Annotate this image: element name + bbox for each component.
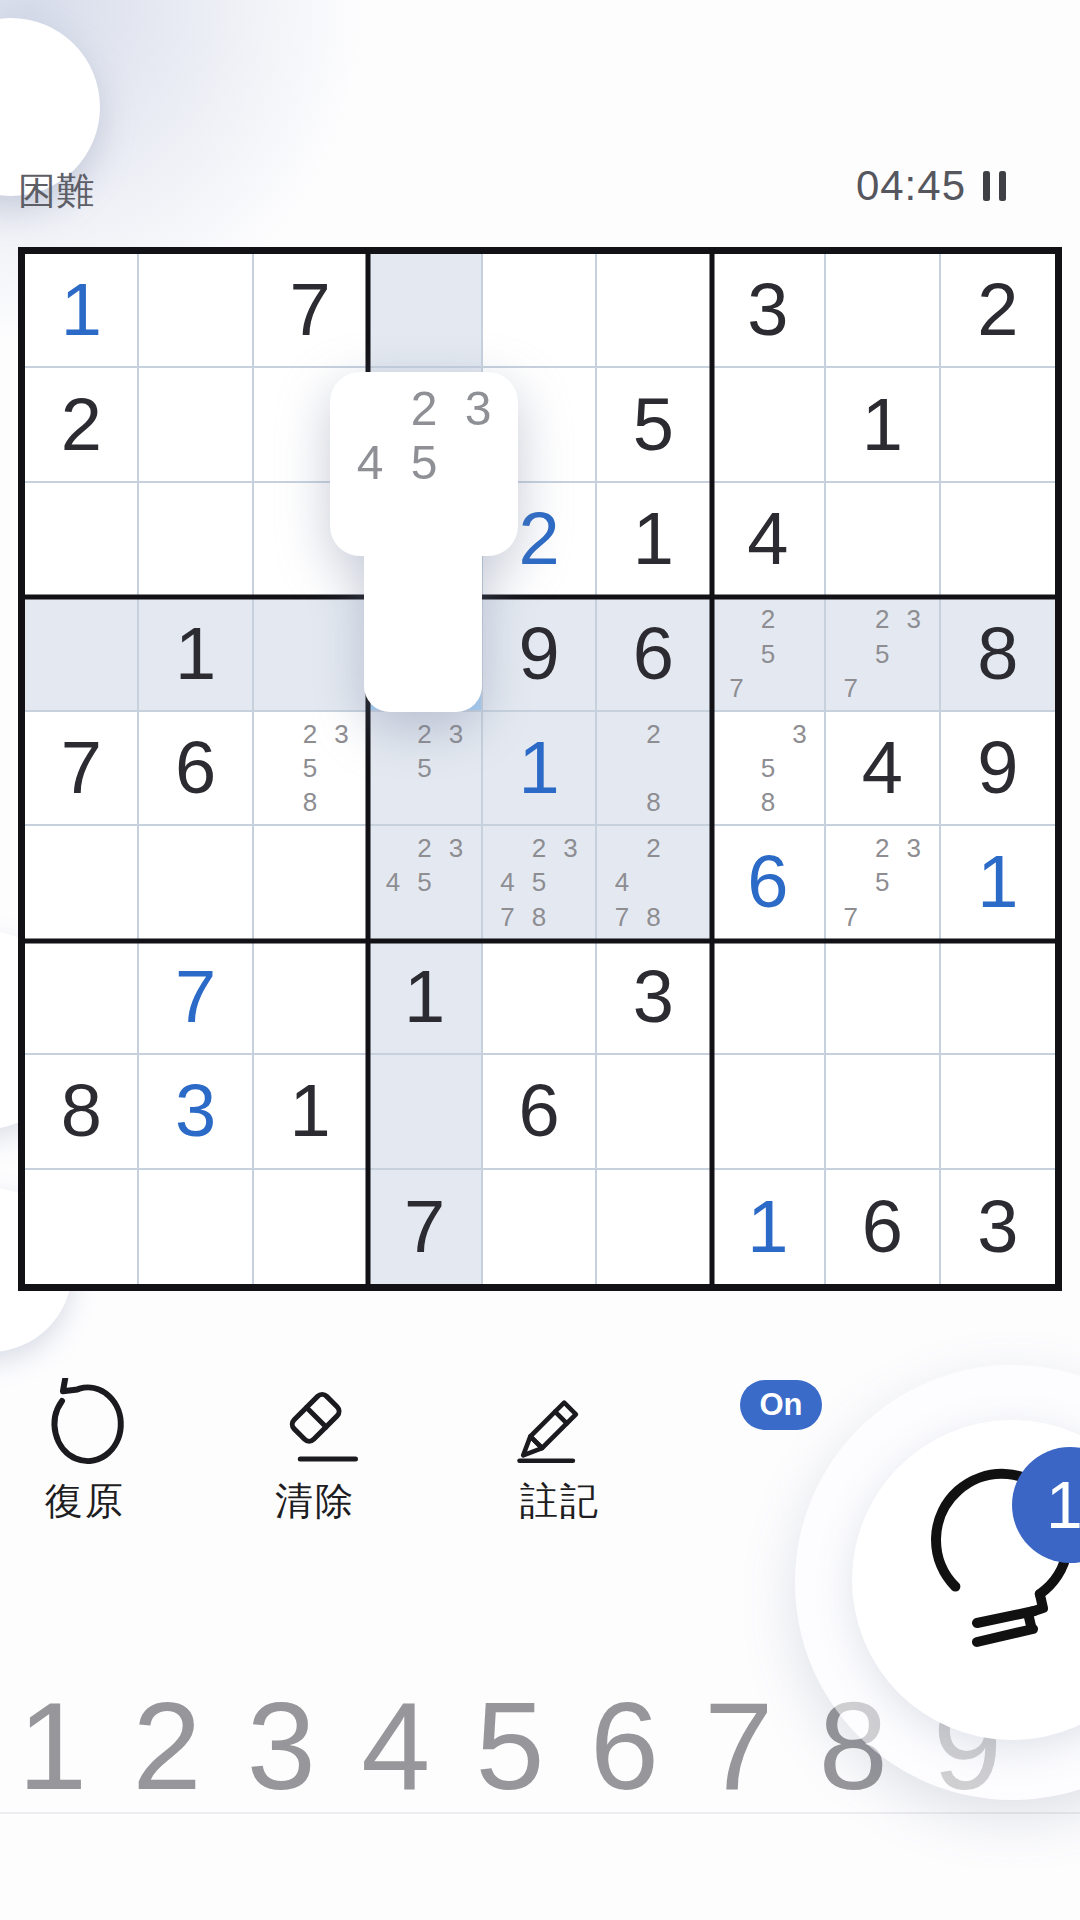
user-digit: 1 [518,731,559,805]
notes-label: 註記 [495,1476,625,1527]
given-digit: 7 [290,273,331,347]
given-digit: 1 [290,1074,331,1148]
given-digit: 6 [175,731,216,805]
notes-on-badge: On [740,1380,822,1430]
cell-r6c1[interactable] [25,826,139,940]
cell-r1c1[interactable]: 1 [25,254,139,368]
cell-r8c9[interactable] [941,1055,1055,1169]
cell-r8c2[interactable]: 3 [139,1055,253,1169]
numpad-digit-7[interactable]: 7 [704,1684,773,1808]
cell-r5c3[interactable]: 2358 [254,712,368,826]
cell-r8c5[interactable]: 6 [483,1055,597,1169]
numpad-digit-5[interactable]: 5 [476,1684,545,1808]
cell-r5c8[interactable]: 4 [826,712,940,826]
cell-r8c6[interactable] [597,1055,711,1169]
given-digit: 6 [518,1074,559,1148]
cell-r4c8[interactable]: 2357 [826,597,940,711]
cell-r6c9[interactable]: 1 [941,826,1055,940]
cell-r1c7[interactable]: 3 [712,254,826,368]
cell-r1c9[interactable]: 2 [941,254,1055,368]
given-digit: 3 [633,960,674,1034]
cell-r5c2[interactable]: 6 [139,712,253,826]
cell-r1c5[interactable] [483,254,597,368]
cell-r6c8[interactable]: 2357 [826,826,940,940]
given-digit: 4 [747,502,788,576]
popup-note: 2 [397,382,451,436]
given-digit: 1 [175,617,216,691]
given-digit: 5 [633,388,674,462]
pause-button[interactable] [979,167,1010,205]
cell-r2c6[interactable]: 5 [597,368,711,482]
block-border [709,254,714,1284]
cell-r9c1[interactable] [25,1170,139,1284]
user-digit: 1 [747,1190,788,1264]
cell-r9c9[interactable]: 3 [941,1170,1055,1284]
note-popup-tail [364,540,482,712]
note-popup-body: 2345 [330,372,518,556]
pencil-notes: 2478 [597,826,709,938]
given-digit: 4 [862,731,903,805]
pencil-notes: 2357 [826,826,938,938]
cell-r6c5[interactable]: 234578 [483,826,597,940]
cell-r7c5[interactable] [483,941,597,1055]
cell-r4c7[interactable]: 257 [712,597,826,711]
cell-r3c9[interactable] [941,483,1055,597]
user-digit: 7 [175,960,216,1034]
numpad-digit-4[interactable]: 4 [361,1684,430,1808]
cell-r3c8[interactable] [826,483,940,597]
numpad-digit-3[interactable]: 3 [247,1684,316,1808]
cell-r5c5[interactable]: 1 [483,712,597,826]
sudoku-screen: 困難 04:45 1732251214196257235787623582351… [0,0,1080,1920]
cell-r5c1[interactable]: 7 [25,712,139,826]
popup-note [451,490,505,544]
pencil-icon [514,1378,606,1470]
cell-r6c4[interactable]: 2345 [368,826,482,940]
popup-note [343,382,397,436]
given-digit: 7 [61,731,102,805]
block-border [25,938,1055,943]
given-digit: 1 [404,960,445,1034]
notes-button[interactable]: 註記 [495,1378,625,1527]
cell-r6c3[interactable] [254,826,368,940]
numpad-digit-1[interactable]: 1 [18,1684,87,1808]
cell-r5c6[interactable]: 28 [597,712,711,826]
pencil-notes: 2345 [368,826,480,938]
user-digit: 1 [61,273,102,347]
cell-r2c1[interactable]: 2 [25,368,139,482]
pencil-notes: 358 [712,712,824,824]
cell-r9c2[interactable] [139,1170,253,1284]
cell-r1c8[interactable] [826,254,940,368]
cell-r3c2[interactable] [139,483,253,597]
cell-r8c8[interactable] [826,1055,940,1169]
cell-r8c7[interactable] [712,1055,826,1169]
cell-r8c3[interactable]: 1 [254,1055,368,1169]
given-digit: 9 [977,731,1018,805]
cell-r5c4[interactable]: 235 [368,712,482,826]
cell-r9c5[interactable] [483,1170,597,1284]
given-digit: 7 [404,1190,445,1264]
selected-cell-note-popup: 2345 [330,372,518,556]
cell-r3c7[interactable]: 4 [712,483,826,597]
given-digit: 2 [61,388,102,462]
popup-note: 4 [343,436,397,490]
cell-r4c5[interactable]: 9 [483,597,597,711]
undo-label: 復原 [20,1476,150,1527]
cell-r6c6[interactable]: 2478 [597,826,711,940]
cell-r1c4[interactable] [368,254,482,368]
cell-r5c7[interactable]: 358 [712,712,826,826]
sudoku-board: 1732251214196257235787623582351283584923… [18,247,1062,1291]
cell-r9c6[interactable] [597,1170,711,1284]
pause-icon [983,171,990,201]
user-digit: 2 [518,502,559,576]
given-digit: 9 [518,617,559,691]
cell-r9c8[interactable]: 6 [826,1170,940,1284]
cell-r4c6[interactable]: 6 [597,597,711,711]
cell-r8c4[interactable] [368,1055,482,1169]
cell-r9c3[interactable] [254,1170,368,1284]
cell-r7c6[interactable]: 3 [597,941,711,1055]
given-digit: 3 [977,1190,1018,1264]
popup-note [397,490,451,544]
given-digit: 1 [862,388,903,462]
undo-button[interactable]: 復原 [20,1378,150,1527]
cell-r1c6[interactable] [597,254,711,368]
eraser-icon [269,1378,361,1470]
cell-r6c7[interactable]: 6 [712,826,826,940]
cell-r1c2[interactable] [139,254,253,368]
cell-r8c1[interactable]: 8 [25,1055,139,1169]
cell-r3c1[interactable] [25,483,139,597]
cell-r4c3[interactable] [254,597,368,711]
given-digit: 6 [633,617,674,691]
user-digit: 6 [747,845,788,919]
given-digit: 8 [61,1074,102,1148]
user-digit: 1 [977,845,1018,919]
given-digit: 6 [862,1190,903,1264]
cell-r6c2[interactable] [139,826,253,940]
block-border [25,595,1055,600]
cell-r9c7[interactable]: 1 [712,1170,826,1284]
given-digit: 8 [977,617,1018,691]
pencil-notes: 2357 [826,597,938,709]
popup-note: 5 [397,436,451,490]
numpad-digit-6[interactable]: 6 [590,1684,659,1808]
cell-r4c2[interactable]: 1 [139,597,253,711]
numpad-digit-2[interactable]: 2 [132,1684,201,1808]
timer: 04:45 [856,162,1010,210]
erase-label: 清除 [250,1476,380,1527]
cell-r7c4[interactable]: 1 [368,941,482,1055]
undo-icon [39,1378,131,1470]
cell-r2c9[interactable] [941,368,1055,482]
cell-r9c4[interactable]: 7 [368,1170,482,1284]
cell-r2c2[interactable] [139,368,253,482]
cell-r4c9[interactable]: 8 [941,597,1055,711]
difficulty-label: 困難 [18,166,94,217]
timer-text: 04:45 [856,162,966,210]
given-digit: 2 [977,273,1018,347]
cell-r7c9[interactable] [941,941,1055,1055]
cell-r1c3[interactable]: 7 [254,254,368,368]
cell-r5c9[interactable]: 9 [941,712,1055,826]
pause-icon [999,171,1006,201]
cell-r7c3[interactable] [254,941,368,1055]
pencil-notes: 235 [368,712,480,824]
cell-r4c1[interactable] [25,597,139,711]
pencil-notes: 2358 [254,712,366,824]
given-digit: 3 [747,273,788,347]
cell-r2c7[interactable] [712,368,826,482]
pencil-notes: 257 [712,597,824,709]
cell-r7c2[interactable]: 7 [139,941,253,1055]
erase-button[interactable]: 清除 [250,1378,380,1527]
cell-r7c1[interactable] [25,941,139,1055]
given-digit: 1 [633,502,674,576]
popup-note [451,436,505,490]
user-digit: 3 [175,1074,216,1148]
cell-r7c7[interactable] [712,941,826,1055]
popup-note: 3 [451,382,505,436]
cell-r3c6[interactable]: 1 [597,483,711,597]
cell-r7c8[interactable] [826,941,940,1055]
cell-r2c8[interactable]: 1 [826,368,940,482]
popup-note [343,490,397,544]
pencil-notes: 234578 [483,826,595,938]
pencil-notes: 28 [597,712,709,824]
